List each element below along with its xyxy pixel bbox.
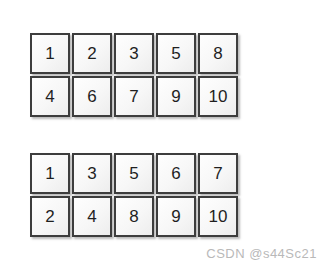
grid-cell: 6 — [156, 153, 196, 194]
grid-cell: 8 — [198, 33, 238, 74]
diagram-canvas: 1 2 3 5 8 4 6 7 9 10 1 3 5 6 7 2 4 8 9 1… — [0, 0, 323, 268]
grid-cell: 4 — [30, 76, 70, 117]
grid-cell: 2 — [30, 196, 70, 237]
grid-cell: 9 — [156, 196, 196, 237]
grid-cell: 5 — [114, 153, 154, 194]
grid-cell: 5 — [156, 33, 196, 74]
grid-cell: 3 — [72, 153, 112, 194]
grid-cell: 1 — [30, 153, 70, 194]
grid-cell: 10 — [198, 196, 238, 237]
grid-cell: 7 — [114, 76, 154, 117]
top-grid: 1 2 3 5 8 4 6 7 9 10 — [30, 33, 238, 117]
grid-cell: 4 — [72, 196, 112, 237]
grid-cell: 3 — [114, 33, 154, 74]
watermark: CSDN @s44Sc21 — [206, 246, 317, 261]
grid-cell: 9 — [156, 76, 196, 117]
grid-cell: 10 — [198, 76, 238, 117]
grid-cell: 2 — [72, 33, 112, 74]
grid-cell: 8 — [114, 196, 154, 237]
grid-cell: 1 — [30, 33, 70, 74]
grid-cell: 7 — [198, 153, 238, 194]
grid-cell: 6 — [72, 76, 112, 117]
bottom-grid: 1 3 5 6 7 2 4 8 9 10 — [30, 153, 238, 237]
